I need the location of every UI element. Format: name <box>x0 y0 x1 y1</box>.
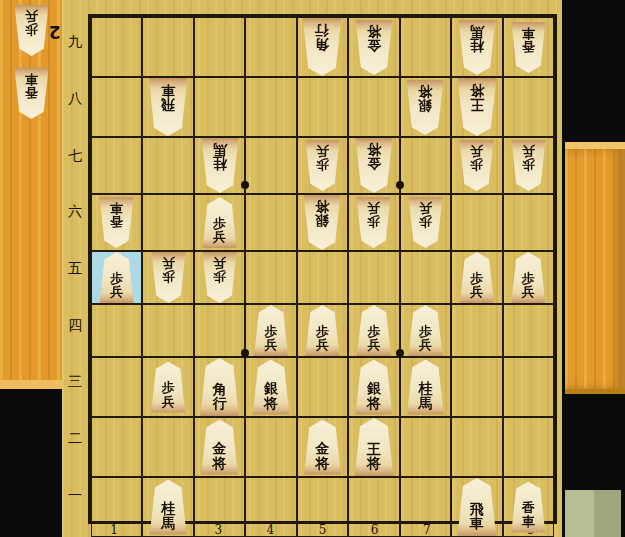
square-6五[interactable] <box>348 251 399 304</box>
piece-kanji: 兵 <box>162 395 175 409</box>
square-3一[interactable] <box>194 477 245 537</box>
square-9五[interactable]: 歩兵 <box>503 251 554 304</box>
square-2六[interactable] <box>142 194 193 251</box>
piece-sente-pawn-9七[interactable]: 歩兵 <box>510 140 547 191</box>
square-1一[interactable] <box>91 477 142 537</box>
square-1三[interactable] <box>91 357 142 417</box>
piece-gote-lance-9一[interactable]: 香車 <box>510 482 547 533</box>
piece-kanji: 香 <box>522 501 535 515</box>
square-1六[interactable]: 香車 <box>91 194 142 251</box>
piece-kanji: 将 <box>315 456 329 471</box>
piece-kanji: 香 <box>25 86 38 100</box>
square-3五[interactable]: 歩兵 <box>194 251 245 304</box>
piece-kanji: 兵 <box>367 201 380 215</box>
square-6二[interactable]: 王将 <box>348 417 399 477</box>
piece-kanji: 桂 <box>418 381 432 396</box>
piece-kanji: 金 <box>367 157 381 172</box>
square-6七[interactable]: 金将 <box>348 137 399 194</box>
square-6八[interactable] <box>348 77 399 137</box>
piece-kanji: 馬 <box>418 396 432 411</box>
piece-kanji: 兵 <box>419 338 432 352</box>
square-3九[interactable] <box>194 17 245 77</box>
square-8六[interactable] <box>451 194 502 251</box>
star-point-icon <box>396 181 404 189</box>
rank-label: 三 <box>62 354 88 411</box>
piece-gote-silver-4三[interactable]: 銀将 <box>251 360 291 415</box>
piece-kanji: 歩 <box>522 158 535 172</box>
piece-kanji: 飛 <box>470 502 484 517</box>
piece-kanji: 将 <box>367 396 381 411</box>
piece-sente-lance-1六[interactable]: 香車 <box>98 197 135 248</box>
square-5八[interactable] <box>297 77 348 137</box>
square-1四[interactable] <box>91 304 142 357</box>
piece-kanji: 兵 <box>316 338 329 352</box>
square-8八[interactable]: 王将 <box>451 77 502 137</box>
piece-kanji: 馬 <box>161 516 175 531</box>
piece-kanji: 兵 <box>162 256 175 270</box>
piece-kanji: 香 <box>522 39 535 53</box>
piece-sente-gold-6九[interactable]: 金将 <box>354 20 394 75</box>
piece-kanji: 歩 <box>316 158 329 172</box>
piece-gote-pawn-2三[interactable]: 歩兵 <box>150 362 187 413</box>
square-9六[interactable] <box>503 194 554 251</box>
piece-gote-pawn-8五[interactable]: 歩兵 <box>458 252 495 303</box>
piece-kanji: 将 <box>470 83 484 98</box>
square-7四[interactable]: 歩兵 <box>400 304 451 357</box>
square-2一[interactable]: 桂馬 <box>142 477 193 537</box>
square-1七[interactable] <box>91 137 142 194</box>
piece-sente-king-8八[interactable]: 王将 <box>456 78 498 136</box>
piece-kanji: 歩 <box>470 272 483 286</box>
square-3四[interactable] <box>194 304 245 357</box>
hand-piece-sente-lance[interactable]: 香車 <box>13 68 50 119</box>
square-2八[interactable]: 飛車 <box>142 77 193 137</box>
rank-label: 八 <box>62 71 88 128</box>
piece-kanji: 王 <box>470 98 484 113</box>
hand-piece-sente-pawn[interactable]: 歩兵 <box>13 5 50 56</box>
piece-kanji: 香 <box>110 215 123 229</box>
sente-hand-tray: 歩兵2香車 <box>0 0 62 389</box>
piece-sente-pawn-3五[interactable]: 歩兵 <box>201 252 238 303</box>
square-9七[interactable]: 歩兵 <box>503 137 554 194</box>
square-9三[interactable] <box>503 357 554 417</box>
square-7五[interactable] <box>400 251 451 304</box>
square-1五[interactable]: 歩兵 <box>91 251 142 304</box>
piece-kanji: 歩 <box>367 325 380 339</box>
piece-gote-pawn-9五[interactable]: 歩兵 <box>510 252 547 303</box>
piece-kanji: 兵 <box>316 144 329 158</box>
square-5二[interactable]: 金将 <box>297 417 348 477</box>
square-9八[interactable] <box>503 77 554 137</box>
square-6四[interactable]: 歩兵 <box>348 304 399 357</box>
square-2九[interactable] <box>142 17 193 77</box>
piece-kanji: 歩 <box>213 270 226 284</box>
square-9四[interactable] <box>503 304 554 357</box>
piece-gote-pawn-5四[interactable]: 歩兵 <box>304 305 341 356</box>
board-grid: 角行金将桂馬香車飛車銀将王将桂馬歩兵金将歩兵歩兵香車歩兵銀将歩兵歩兵歩兵歩兵歩兵… <box>88 14 557 524</box>
square-8二[interactable] <box>451 417 502 477</box>
square-2五[interactable]: 歩兵 <box>142 251 193 304</box>
rank-label: 四 <box>62 297 88 354</box>
piece-kanji: 車 <box>161 83 175 98</box>
hand-slot: 歩兵2 <box>0 0 62 63</box>
star-point-icon <box>396 349 404 357</box>
square-7一[interactable] <box>400 477 451 537</box>
piece-kanji: 将 <box>367 24 381 39</box>
piece-kanji: 桂 <box>470 38 484 53</box>
square-3七[interactable]: 桂馬 <box>194 137 245 194</box>
rank-labels: 九八七六五四三二一 <box>62 14 88 524</box>
piece-gote-pawn-6四[interactable]: 歩兵 <box>355 305 392 356</box>
square-7二[interactable] <box>400 417 451 477</box>
piece-gote-knight-7三[interactable]: 桂馬 <box>405 360 445 415</box>
piece-kanji: 歩 <box>213 217 226 231</box>
square-7三[interactable]: 桂馬 <box>400 357 451 417</box>
piece-kanji: 将 <box>367 456 381 471</box>
piece-kanji: 歩 <box>367 215 380 229</box>
piece-gote-gold-5二[interactable]: 金将 <box>302 420 342 475</box>
piece-kanji: 銀 <box>418 98 432 113</box>
piece-kanji: 車 <box>522 26 535 40</box>
square-5五[interactable] <box>297 251 348 304</box>
piece-kanji: 桂 <box>161 501 175 516</box>
square-5一[interactable] <box>297 477 348 537</box>
shogi-app: 歩兵2香車 九八七六五四三二一 123456789 角行金将桂馬香車飛車銀将王将… <box>0 0 625 537</box>
square-2四[interactable] <box>142 304 193 357</box>
square-8五[interactable]: 歩兵 <box>451 251 502 304</box>
piece-kanji: 行 <box>213 396 227 411</box>
piece-kanji: 兵 <box>110 285 123 299</box>
square-6九[interactable]: 金将 <box>348 17 399 77</box>
piece-sente-knight-3七[interactable]: 桂馬 <box>200 138 240 193</box>
piece-kanji: 歩 <box>25 23 38 37</box>
piece-kanji: 角 <box>213 382 227 397</box>
piece-gote-king-6二[interactable]: 王将 <box>353 418 395 476</box>
piece-kanji: 兵 <box>419 201 432 215</box>
square-9一[interactable]: 香車 <box>503 477 554 537</box>
piece-kanji: 兵 <box>522 285 535 299</box>
piece-kanji: 将 <box>264 396 278 411</box>
square-5三[interactable] <box>297 357 348 417</box>
piece-kanji: 歩 <box>419 215 432 229</box>
piece-kanji: 歩 <box>316 325 329 339</box>
piece-sente-silver-5六[interactable]: 銀将 <box>302 195 342 250</box>
rank-label: 六 <box>62 184 88 241</box>
piece-kanji: 王 <box>367 442 381 457</box>
piece-kanji: 金 <box>315 441 329 456</box>
piece-sente-pawn-2五[interactable]: 歩兵 <box>150 252 187 303</box>
square-7六[interactable]: 歩兵 <box>400 194 451 251</box>
piece-kanji: 兵 <box>213 256 226 270</box>
square-4六[interactable] <box>245 194 296 251</box>
hand-piece-count: 2 <box>49 22 61 42</box>
square-5七[interactable]: 歩兵 <box>297 137 348 194</box>
hand-slot: 香車 <box>0 63 62 126</box>
square-9九[interactable]: 香車 <box>503 17 554 77</box>
piece-kanji: 兵 <box>470 285 483 299</box>
bottom-right-green-tile <box>565 490 621 537</box>
piece-kanji: 金 <box>213 441 227 456</box>
square-3二[interactable]: 金将 <box>194 417 245 477</box>
piece-sente-knight-8九[interactable]: 桂馬 <box>457 20 497 75</box>
square-8三[interactable] <box>451 357 502 417</box>
square-4四[interactable]: 歩兵 <box>245 304 296 357</box>
piece-sente-silver-7八[interactable]: 銀将 <box>405 80 445 135</box>
square-3八[interactable] <box>194 77 245 137</box>
piece-gote-bishop-3三[interactable]: 角行 <box>199 358 241 416</box>
piece-kanji: 将 <box>315 199 329 214</box>
piece-sente-pawn-8七[interactable]: 歩兵 <box>458 140 495 191</box>
piece-gote-knight-2一[interactable]: 桂馬 <box>148 480 188 535</box>
piece-sente-gold-6七[interactable]: 金将 <box>354 138 394 193</box>
piece-kanji: 歩 <box>470 158 483 172</box>
square-2三[interactable]: 歩兵 <box>142 357 193 417</box>
piece-kanji: 銀 <box>264 381 278 396</box>
square-6一[interactable] <box>348 477 399 537</box>
square-5四[interactable]: 歩兵 <box>297 304 348 357</box>
piece-kanji: 車 <box>522 515 535 529</box>
piece-kanji: 歩 <box>162 270 175 284</box>
square-1八[interactable] <box>91 77 142 137</box>
square-8一[interactable]: 飛車 <box>451 477 502 537</box>
piece-sente-lance-9九[interactable]: 香車 <box>510 22 547 73</box>
square-5九[interactable]: 角行 <box>297 17 348 77</box>
piece-kanji: 将 <box>418 84 432 99</box>
square-4八[interactable] <box>245 77 296 137</box>
square-8四[interactable] <box>451 304 502 357</box>
piece-kanji: 将 <box>213 456 227 471</box>
piece-sente-pawn-6六[interactable]: 歩兵 <box>355 197 392 248</box>
piece-sente-pawn-7六[interactable]: 歩兵 <box>407 197 444 248</box>
square-1九[interactable] <box>91 17 142 77</box>
piece-sente-rook-2八[interactable]: 飛車 <box>147 78 189 136</box>
square-2二[interactable] <box>142 417 193 477</box>
piece-kanji: 車 <box>110 201 123 215</box>
piece-gote-pawn-3六[interactable]: 歩兵 <box>201 197 238 248</box>
square-4二[interactable] <box>245 417 296 477</box>
piece-kanji: 兵 <box>522 144 535 158</box>
square-9二[interactable] <box>503 417 554 477</box>
piece-kanji: 馬 <box>470 24 484 39</box>
piece-sente-pawn-5七[interactable]: 歩兵 <box>304 140 341 191</box>
square-3三[interactable]: 角行 <box>194 357 245 417</box>
square-4五[interactable] <box>245 251 296 304</box>
piece-gote-silver-6三[interactable]: 銀将 <box>354 360 394 415</box>
square-8九[interactable]: 桂馬 <box>451 17 502 77</box>
piece-kanji: 飛 <box>161 98 175 113</box>
square-8七[interactable]: 歩兵 <box>451 137 502 194</box>
piece-kanji: 兵 <box>213 230 226 244</box>
piece-kanji: 馬 <box>213 142 227 157</box>
piece-kanji: 歩 <box>162 381 175 395</box>
piece-kanji: 銀 <box>315 214 329 229</box>
rank-label: 七 <box>62 127 88 184</box>
piece-kanji: 歩 <box>110 272 123 286</box>
piece-kanji: 角 <box>315 38 329 53</box>
piece-gote-pawn-7四[interactable]: 歩兵 <box>407 305 444 356</box>
square-7七[interactable] <box>400 137 451 194</box>
piece-kanji: 銀 <box>367 381 381 396</box>
piece-kanji: 車 <box>25 72 38 86</box>
square-7八[interactable]: 銀将 <box>400 77 451 137</box>
piece-kanji: 歩 <box>522 272 535 286</box>
square-2七[interactable] <box>142 137 193 194</box>
piece-gote-pawn-4四[interactable]: 歩兵 <box>253 305 290 356</box>
piece-kanji: 兵 <box>470 144 483 158</box>
piece-gote-gold-3二[interactable]: 金将 <box>200 420 240 475</box>
gote-hand-tray <box>565 142 625 394</box>
square-1二[interactable] <box>91 417 142 477</box>
piece-kanji: 車 <box>470 516 484 531</box>
piece-sente-bishop-5九[interactable]: 角行 <box>301 18 343 76</box>
square-4一[interactable] <box>245 477 296 537</box>
piece-kanji: 歩 <box>265 325 278 339</box>
shogi-board: 九八七六五四三二一 123456789 角行金将桂馬香車飛車銀将王将桂馬歩兵金将… <box>62 0 562 537</box>
square-4三[interactable]: 銀将 <box>245 357 296 417</box>
piece-kanji: 金 <box>367 38 381 53</box>
rank-label: 九 <box>62 14 88 71</box>
rank-label: 一 <box>62 467 88 524</box>
square-3六[interactable]: 歩兵 <box>194 194 245 251</box>
piece-kanji: 桂 <box>213 157 227 172</box>
piece-gote-pawn-1五[interactable]: 歩兵 <box>98 252 135 303</box>
piece-kanji: 兵 <box>367 338 380 352</box>
square-7九[interactable] <box>400 17 451 77</box>
piece-kanji: 歩 <box>419 325 432 339</box>
square-4九[interactable] <box>245 17 296 77</box>
piece-kanji: 兵 <box>265 338 278 352</box>
rank-label: 二 <box>62 411 88 468</box>
piece-kanji: 兵 <box>25 9 38 23</box>
square-6三[interactable]: 銀将 <box>348 357 399 417</box>
piece-gote-rook-8一[interactable]: 飛車 <box>456 478 498 536</box>
piece-kanji: 将 <box>367 142 381 157</box>
rank-label: 五 <box>62 241 88 298</box>
square-5六[interactable]: 銀将 <box>297 194 348 251</box>
square-6六[interactable]: 歩兵 <box>348 194 399 251</box>
piece-kanji: 行 <box>315 23 329 38</box>
square-4七[interactable] <box>245 137 296 194</box>
